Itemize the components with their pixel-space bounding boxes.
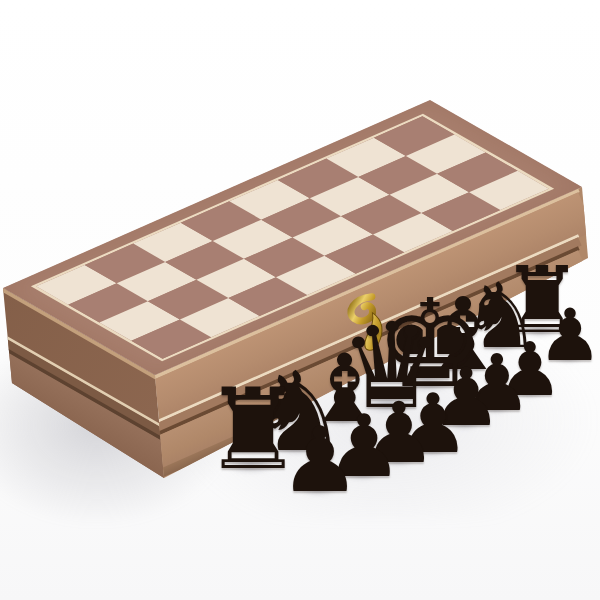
piece-black-pawn: ♟ xyxy=(280,415,361,505)
product-photo-scene: ♜♞♝♛♚♝♞♜♟♟♟♟♟♟♟♟ xyxy=(0,0,600,600)
